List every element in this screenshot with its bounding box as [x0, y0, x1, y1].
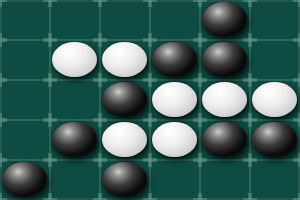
board-cell[interactable] [50, 0, 100, 40]
stone-black [102, 82, 147, 117]
board-cell[interactable] [150, 40, 200, 80]
stone-white [252, 82, 297, 117]
board-cell[interactable] [200, 80, 250, 120]
board-cell[interactable] [50, 40, 100, 80]
board-cell[interactable] [250, 80, 300, 120]
stone-black [102, 162, 147, 197]
stone-white [102, 122, 147, 157]
board-cell[interactable] [150, 160, 200, 200]
stone-black [252, 122, 297, 157]
board-cell[interactable] [250, 40, 300, 80]
stone-black [202, 122, 247, 157]
board-cell[interactable] [0, 120, 50, 160]
board-cell[interactable] [150, 120, 200, 160]
stone-white [152, 82, 197, 117]
board-cell[interactable] [250, 120, 300, 160]
board-cell[interactable] [100, 160, 150, 200]
board-cell[interactable] [150, 0, 200, 40]
board-cell[interactable] [100, 0, 150, 40]
board-cell[interactable] [200, 160, 250, 200]
board-cell[interactable] [50, 160, 100, 200]
stone-white [202, 82, 247, 117]
board-cell[interactable] [200, 0, 250, 40]
board-cell[interactable] [200, 120, 250, 160]
stone-white [152, 122, 197, 157]
board-cell[interactable] [100, 40, 150, 80]
stone-black [152, 42, 197, 77]
board-cell[interactable] [50, 120, 100, 160]
stone-black [2, 162, 47, 197]
stone-white [52, 42, 97, 77]
board-cell[interactable] [250, 160, 300, 200]
board-cell[interactable] [150, 80, 200, 120]
board-cell[interactable] [50, 80, 100, 120]
stone-black [52, 122, 97, 157]
board-cell[interactable] [0, 0, 50, 40]
stone-black [202, 2, 247, 37]
board-cell[interactable] [100, 120, 150, 160]
board-cell[interactable] [100, 80, 150, 120]
board-cell[interactable] [250, 0, 300, 40]
board-cell[interactable] [0, 40, 50, 80]
board-cell[interactable] [0, 160, 50, 200]
stone-black [202, 42, 247, 77]
board-cell[interactable] [200, 40, 250, 80]
stone-white [102, 42, 147, 77]
game-board [0, 0, 300, 200]
board-cell[interactable] [0, 80, 50, 120]
